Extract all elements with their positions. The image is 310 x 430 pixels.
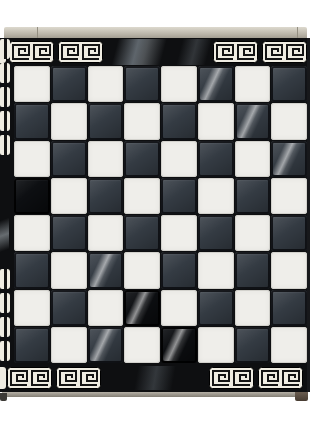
greek-key-tile-cropped <box>0 135 10 155</box>
square-a3[interactable] <box>14 252 50 288</box>
square-d5[interactable] <box>124 178 160 214</box>
greek-key-corner-fragment <box>0 367 6 389</box>
square-d4[interactable] <box>124 215 160 251</box>
square-f4[interactable] <box>198 215 234 251</box>
border-glare <box>110 366 200 390</box>
greek-key-segment-left-top <box>0 39 10 155</box>
square-g3[interactable] <box>235 252 271 288</box>
square-g5[interactable] <box>235 178 271 214</box>
square-c7[interactable] <box>88 103 124 139</box>
greek-key-tile-cropped <box>0 269 10 289</box>
product-photo <box>0 0 310 430</box>
board-border-right <box>307 38 310 392</box>
square-h5[interactable] <box>271 178 307 214</box>
greek-key-tile-cropped <box>0 293 10 313</box>
square-d2[interactable] <box>124 290 160 326</box>
greek-key-tile <box>9 41 54 63</box>
square-f2[interactable] <box>198 290 234 326</box>
square-h7[interactable] <box>271 103 307 139</box>
frame-seam <box>297 27 298 38</box>
square-g2[interactable] <box>235 290 271 326</box>
square-b7[interactable] <box>51 103 87 139</box>
square-a2[interactable] <box>14 290 50 326</box>
square-a1[interactable] <box>14 327 50 363</box>
square-a4[interactable] <box>14 215 50 251</box>
square-e2[interactable] <box>161 290 197 326</box>
square-a5[interactable] <box>14 178 50 214</box>
frame-foot-left <box>0 393 7 401</box>
square-b1[interactable] <box>51 327 87 363</box>
greek-key-tile <box>258 367 303 389</box>
board-border-top <box>0 38 310 66</box>
square-g8[interactable] <box>235 66 271 102</box>
square-a6[interactable] <box>14 141 50 177</box>
square-f1[interactable] <box>198 327 234 363</box>
greek-key-tile-cropped <box>0 87 10 107</box>
square-e5[interactable] <box>161 178 197 214</box>
square-h4[interactable] <box>271 215 307 251</box>
square-h1[interactable] <box>271 327 307 363</box>
square-c6[interactable] <box>88 141 124 177</box>
square-d1[interactable] <box>124 327 160 363</box>
frame-foot-right <box>295 392 308 401</box>
greek-key-tile <box>58 41 103 63</box>
square-h2[interactable] <box>271 290 307 326</box>
square-h8[interactable] <box>271 66 307 102</box>
square-c1[interactable] <box>88 327 124 363</box>
square-b6[interactable] <box>51 141 87 177</box>
square-e4[interactable] <box>161 215 197 251</box>
square-d7[interactable] <box>124 103 160 139</box>
square-b2[interactable] <box>51 290 87 326</box>
greek-key-tile <box>262 41 307 63</box>
square-g7[interactable] <box>235 103 271 139</box>
square-c4[interactable] <box>88 215 124 251</box>
square-f5[interactable] <box>198 178 234 214</box>
square-e7[interactable] <box>161 103 197 139</box>
square-c2[interactable] <box>88 290 124 326</box>
square-f8[interactable] <box>198 66 234 102</box>
square-e6[interactable] <box>161 141 197 177</box>
square-c3[interactable] <box>88 252 124 288</box>
square-c8[interactable] <box>88 66 124 102</box>
square-d3[interactable] <box>124 252 160 288</box>
greek-key-segment-top-right <box>213 41 307 63</box>
square-f6[interactable] <box>198 141 234 177</box>
chessboard <box>0 38 310 392</box>
square-g4[interactable] <box>235 215 271 251</box>
greek-key-tile-cropped <box>0 39 10 59</box>
square-e3[interactable] <box>161 252 197 288</box>
square-g6[interactable] <box>235 141 271 177</box>
square-b8[interactable] <box>51 66 87 102</box>
greek-key-tile <box>213 41 258 63</box>
square-h3[interactable] <box>271 252 307 288</box>
greek-key-tile-cropped <box>0 111 10 131</box>
square-a8[interactable] <box>14 66 50 102</box>
greek-key-segment-bottom-right <box>209 367 303 389</box>
greek-key-segment-bottom-left <box>7 367 101 389</box>
board-squares-grid <box>14 66 307 363</box>
greek-key-segment-top-left <box>9 41 103 63</box>
greek-key-tile-cropped <box>0 317 10 337</box>
greek-key-tile <box>7 367 52 389</box>
greek-key-tile <box>209 367 254 389</box>
border-glare <box>100 39 215 65</box>
square-b3[interactable] <box>51 252 87 288</box>
border-glare <box>0 208 9 268</box>
square-e1[interactable] <box>161 327 197 363</box>
square-a7[interactable] <box>14 103 50 139</box>
board-border-bottom <box>0 363 310 392</box>
square-b5[interactable] <box>51 178 87 214</box>
square-e8[interactable] <box>161 66 197 102</box>
greek-key-tile-cropped <box>0 63 10 83</box>
greek-key-tile <box>56 367 101 389</box>
frame-seam <box>37 27 38 38</box>
greek-key-segment-left-bottom <box>0 269 10 361</box>
square-c5[interactable] <box>88 178 124 214</box>
square-h6[interactable] <box>271 141 307 177</box>
square-f3[interactable] <box>198 252 234 288</box>
greek-key-tile-cropped <box>0 341 10 361</box>
board-border-left <box>0 38 12 392</box>
square-d8[interactable] <box>124 66 160 102</box>
square-d6[interactable] <box>124 141 160 177</box>
square-g1[interactable] <box>235 327 271 363</box>
square-f7[interactable] <box>198 103 234 139</box>
square-b4[interactable] <box>51 215 87 251</box>
board-frame-bottom-edge <box>2 392 308 397</box>
